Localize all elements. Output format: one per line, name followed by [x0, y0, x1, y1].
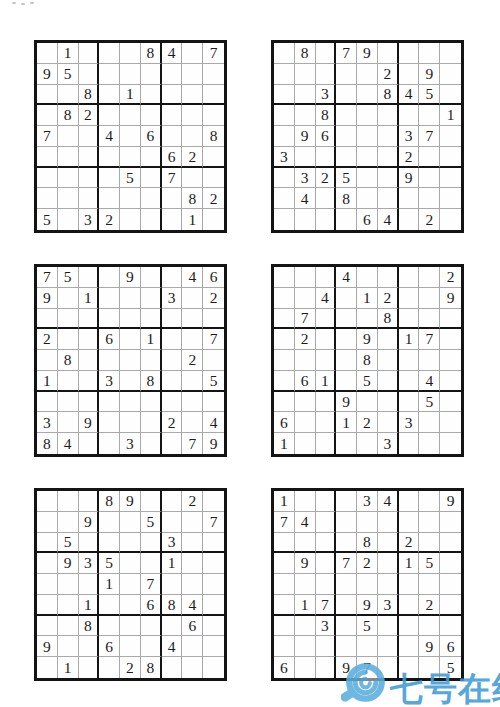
sudoku5-cell-r7c5[interactable] — [120, 616, 141, 637]
sudoku5-cell-r5c2[interactable] — [58, 574, 79, 595]
sudoku2-cell-r5c5[interactable] — [357, 126, 378, 147]
sudoku4-cell-r4c6[interactable] — [378, 329, 399, 350]
sudoku5-cell-r3c9[interactable] — [203, 533, 224, 554]
sudoku2-cell-r1c9[interactable] — [440, 43, 461, 64]
sudoku2-cell-r8c6[interactable] — [378, 188, 399, 209]
sudoku3-cell-r4c5[interactable] — [120, 329, 141, 350]
sudoku6-cell-r6c1[interactable] — [274, 595, 295, 616]
sudoku4-cell-r7c2[interactable] — [295, 392, 316, 413]
sudoku5-cell-r8c5[interactable] — [120, 636, 141, 657]
sudoku2-cell-r7c6[interactable] — [378, 168, 399, 189]
sudoku5-cell-r2c1[interactable] — [37, 512, 58, 533]
sudoku6-cell-r5c2[interactable] — [295, 574, 316, 595]
sudoku4-cell-r8c3[interactable] — [316, 412, 337, 433]
sudoku3-cell-r6c2[interactable] — [58, 371, 79, 392]
sudoku4-cell-r7c6[interactable] — [378, 392, 399, 413]
sudoku4-cell-r6c9[interactable] — [440, 371, 461, 392]
sudoku6-cell-r4c9[interactable] — [440, 553, 461, 574]
sudoku6-cell-r7c8[interactable] — [419, 616, 440, 637]
sudoku2-cell-r3c5[interactable] — [357, 85, 378, 106]
sudoku5-cell-r3c1[interactable] — [37, 533, 58, 554]
sudoku5-cell-r9c8[interactable] — [182, 657, 203, 678]
sudoku3-cell-r7c2[interactable] — [58, 392, 79, 413]
sudoku4-cell-r1c2[interactable] — [295, 267, 316, 288]
sudoku5-cell-r2c7[interactable] — [162, 512, 183, 533]
sudoku5-cell-r4c8[interactable] — [182, 553, 203, 574]
sudoku5-cell-r3c5[interactable] — [120, 533, 141, 554]
sudoku1-cell-r3c4[interactable] — [99, 85, 120, 106]
sudoku3-cell-r8c8[interactable] — [182, 412, 203, 433]
sudoku4-cell-r5c1[interactable] — [274, 350, 295, 371]
sudoku3-cell-r5c4[interactable] — [99, 350, 120, 371]
sudoku6-cell-r8c4[interactable] — [336, 636, 357, 657]
sudoku1-cell-r7c9[interactable] — [203, 168, 224, 189]
sudoku1-cell-r4c6[interactable] — [141, 105, 162, 126]
sudoku6-cell-r5c7[interactable] — [399, 574, 420, 595]
sudoku1-cell-r7c1[interactable] — [37, 168, 58, 189]
sudoku1-cell-r8c1[interactable] — [37, 188, 58, 209]
sudoku2-cell-r4c5[interactable] — [357, 105, 378, 126]
sudoku4-cell-r8c9[interactable] — [440, 412, 461, 433]
sudoku1-cell-r7c4[interactable] — [99, 168, 120, 189]
sudoku4-cell-r3c4[interactable] — [336, 309, 357, 330]
sudoku4-cell-r7c9[interactable] — [440, 392, 461, 413]
sudoku2-cell-r9c2[interactable] — [295, 209, 316, 230]
sudoku3-cell-r5c1[interactable] — [37, 350, 58, 371]
sudoku2-cell-r7c1[interactable] — [274, 168, 295, 189]
sudoku5-cell-r4c6[interactable] — [141, 553, 162, 574]
sudoku3-cell-r5c9[interactable] — [203, 350, 224, 371]
sudoku3-cell-r8c5[interactable] — [120, 412, 141, 433]
sudoku3-cell-r7c7[interactable] — [162, 392, 183, 413]
sudoku4-cell-r3c8[interactable] — [419, 309, 440, 330]
sudoku1-cell-r6c9[interactable] — [203, 147, 224, 168]
sudoku4-cell-r6c1[interactable] — [274, 371, 295, 392]
sudoku4-cell-r5c4[interactable] — [336, 350, 357, 371]
sudoku2-cell-r2c2[interactable] — [295, 64, 316, 85]
sudoku3-cell-r4c7[interactable] — [162, 329, 183, 350]
sudoku1-cell-r7c3[interactable] — [79, 168, 100, 189]
sudoku6-cell-r4c6[interactable] — [378, 553, 399, 574]
sudoku5-cell-r1c9[interactable] — [203, 491, 224, 512]
sudoku5-cell-r4c1[interactable] — [37, 553, 58, 574]
sudoku2-cell-r4c2[interactable] — [295, 105, 316, 126]
sudoku6-cell-r5c9[interactable] — [440, 574, 461, 595]
sudoku4-cell-r4c1[interactable] — [274, 329, 295, 350]
sudoku3-cell-r7c4[interactable] — [99, 392, 120, 413]
sudoku3-cell-r9c4[interactable] — [99, 433, 120, 454]
sudoku4-cell-r5c8[interactable] — [419, 350, 440, 371]
sudoku1-cell-r8c2[interactable] — [58, 188, 79, 209]
sudoku3-cell-r8c4[interactable] — [99, 412, 120, 433]
sudoku1-cell-r7c8[interactable] — [182, 168, 203, 189]
sudoku6-cell-r3c1[interactable] — [274, 533, 295, 554]
sudoku2-cell-r6c2[interactable] — [295, 147, 316, 168]
sudoku5-cell-r6c5[interactable] — [120, 595, 141, 616]
sudoku3-cell-r7c9[interactable] — [203, 392, 224, 413]
sudoku1-cell-r1c1[interactable] — [37, 43, 58, 64]
sudoku5-cell-r5c8[interactable] — [182, 574, 203, 595]
sudoku1-cell-r8c6[interactable] — [141, 188, 162, 209]
sudoku5-cell-r1c2[interactable] — [58, 491, 79, 512]
sudoku3-cell-r2c8[interactable] — [182, 288, 203, 309]
sudoku2-cell-r5c1[interactable] — [274, 126, 295, 147]
sudoku6-cell-r1c8[interactable] — [419, 491, 440, 512]
sudoku1-cell-r6c1[interactable] — [37, 147, 58, 168]
sudoku4-cell-r9c3[interactable] — [316, 433, 337, 454]
sudoku3-cell-r4c3[interactable] — [79, 329, 100, 350]
sudoku6-cell-r4c1[interactable] — [274, 553, 295, 574]
sudoku2-cell-r2c4[interactable] — [336, 64, 357, 85]
sudoku3-cell-r5c6[interactable] — [141, 350, 162, 371]
sudoku1-cell-r7c6[interactable] — [141, 168, 162, 189]
sudoku4-cell-r9c4[interactable] — [336, 433, 357, 454]
sudoku1-cell-r1c4[interactable] — [99, 43, 120, 64]
sudoku6-cell-r5c8[interactable] — [419, 574, 440, 595]
sudoku1-cell-r8c4[interactable] — [99, 188, 120, 209]
sudoku3-cell-r7c8[interactable] — [182, 392, 203, 413]
sudoku5-cell-r9c4[interactable] — [99, 657, 120, 678]
sudoku4-cell-r6c4[interactable] — [336, 371, 357, 392]
sudoku2-cell-r2c7[interactable] — [399, 64, 420, 85]
sudoku1-cell-r2c5[interactable] — [120, 64, 141, 85]
sudoku3-cell-r5c7[interactable] — [162, 350, 183, 371]
sudoku4-cell-r3c3[interactable] — [316, 309, 337, 330]
sudoku4-cell-r9c9[interactable] — [440, 433, 461, 454]
sudoku1-cell-r3c1[interactable] — [37, 85, 58, 106]
sudoku6-cell-r5c3[interactable] — [316, 574, 337, 595]
sudoku4-cell-r6c7[interactable] — [399, 371, 420, 392]
sudoku2-cell-r9c9[interactable] — [440, 209, 461, 230]
sudoku3-cell-r3c8[interactable] — [182, 309, 203, 330]
sudoku6-cell-r7c9[interactable] — [440, 616, 461, 637]
sudoku3-cell-r9c3[interactable] — [79, 433, 100, 454]
sudoku6-cell-r9c3[interactable] — [316, 657, 337, 678]
sudoku1-cell-r5c7[interactable] — [162, 126, 183, 147]
sudoku4-cell-r9c5[interactable] — [357, 433, 378, 454]
sudoku2-cell-r6c4[interactable] — [336, 147, 357, 168]
sudoku1-cell-r2c9[interactable] — [203, 64, 224, 85]
sudoku1-cell-r4c5[interactable] — [120, 105, 141, 126]
sudoku5-cell-r7c9[interactable] — [203, 616, 224, 637]
sudoku1-cell-r1c8[interactable] — [182, 43, 203, 64]
sudoku5-cell-r1c1[interactable] — [37, 491, 58, 512]
sudoku3-cell-r2c4[interactable] — [99, 288, 120, 309]
sudoku1-cell-r8c7[interactable] — [162, 188, 183, 209]
sudoku2-cell-r8c7[interactable] — [399, 188, 420, 209]
sudoku3-cell-r7c5[interactable] — [120, 392, 141, 413]
sudoku2-cell-r5c6[interactable] — [378, 126, 399, 147]
sudoku6-cell-r6c7[interactable] — [399, 595, 420, 616]
sudoku4-cell-r8c6[interactable] — [378, 412, 399, 433]
sudoku2-cell-r8c9[interactable] — [440, 188, 461, 209]
sudoku3-cell-r4c2[interactable] — [58, 329, 79, 350]
sudoku4-cell-r1c3[interactable] — [316, 267, 337, 288]
sudoku1-cell-r3c8[interactable] — [182, 85, 203, 106]
sudoku4-cell-r4c4[interactable] — [336, 329, 357, 350]
sudoku4-cell-r2c8[interactable] — [419, 288, 440, 309]
sudoku5-cell-r3c6[interactable] — [141, 533, 162, 554]
sudoku4-cell-r3c7[interactable] — [399, 309, 420, 330]
sudoku1-cell-r1c5[interactable] — [120, 43, 141, 64]
sudoku2-cell-r4c1[interactable] — [274, 105, 295, 126]
sudoku2-cell-r8c5[interactable] — [357, 188, 378, 209]
sudoku5-cell-r2c5[interactable] — [120, 512, 141, 533]
sudoku1-cell-r8c5[interactable] — [120, 188, 141, 209]
sudoku3-cell-r6c3[interactable] — [79, 371, 100, 392]
sudoku5-cell-r6c2[interactable] — [58, 595, 79, 616]
sudoku3-cell-r1c6[interactable] — [141, 267, 162, 288]
sudoku4-cell-r5c3[interactable] — [316, 350, 337, 371]
sudoku1-cell-r2c6[interactable] — [141, 64, 162, 85]
sudoku2-cell-r1c3[interactable] — [316, 43, 337, 64]
sudoku4-cell-r9c7[interactable] — [399, 433, 420, 454]
sudoku2-cell-r7c9[interactable] — [440, 168, 461, 189]
sudoku4-cell-r3c5[interactable] — [357, 309, 378, 330]
sudoku6-cell-r3c8[interactable] — [419, 533, 440, 554]
sudoku3-cell-r7c3[interactable] — [79, 392, 100, 413]
sudoku6-cell-r4c3[interactable] — [316, 553, 337, 574]
sudoku3-cell-r9c6[interactable] — [141, 433, 162, 454]
sudoku2-cell-r2c3[interactable] — [316, 64, 337, 85]
sudoku3-cell-r5c5[interactable] — [120, 350, 141, 371]
sudoku5-cell-r7c4[interactable] — [99, 616, 120, 637]
sudoku2-cell-r3c4[interactable] — [336, 85, 357, 106]
sudoku4-cell-r1c8[interactable] — [419, 267, 440, 288]
sudoku2-cell-r1c6[interactable] — [378, 43, 399, 64]
sudoku2-cell-r5c4[interactable] — [336, 126, 357, 147]
sudoku2-cell-r7c5[interactable] — [357, 168, 378, 189]
sudoku6-cell-r8c6[interactable] — [378, 636, 399, 657]
sudoku2-cell-r4c4[interactable] — [336, 105, 357, 126]
sudoku1-cell-r8c3[interactable] — [79, 188, 100, 209]
sudoku6-cell-r7c6[interactable] — [378, 616, 399, 637]
sudoku6-cell-r2c7[interactable] — [399, 512, 420, 533]
sudoku1-cell-r6c4[interactable] — [99, 147, 120, 168]
sudoku5-cell-r8c6[interactable] — [141, 636, 162, 657]
sudoku1-cell-r9c9[interactable] — [203, 209, 224, 230]
sudoku6-cell-r8c3[interactable] — [316, 636, 337, 657]
sudoku5-cell-r7c6[interactable] — [141, 616, 162, 637]
sudoku5-cell-r2c8[interactable] — [182, 512, 203, 533]
sudoku4-cell-r3c1[interactable] — [274, 309, 295, 330]
sudoku3-cell-r7c6[interactable] — [141, 392, 162, 413]
sudoku5-cell-r4c5[interactable] — [120, 553, 141, 574]
sudoku6-cell-r2c3[interactable] — [316, 512, 337, 533]
sudoku2-cell-r6c5[interactable] — [357, 147, 378, 168]
sudoku3-cell-r1c3[interactable] — [79, 267, 100, 288]
sudoku5-cell-r5c1[interactable] — [37, 574, 58, 595]
sudoku1-cell-r5c5[interactable] — [120, 126, 141, 147]
sudoku1-cell-r5c3[interactable] — [79, 126, 100, 147]
sudoku1-cell-r5c8[interactable] — [182, 126, 203, 147]
sudoku2-cell-r9c1[interactable] — [274, 209, 295, 230]
sudoku1-cell-r2c8[interactable] — [182, 64, 203, 85]
sudoku1-cell-r1c3[interactable] — [79, 43, 100, 64]
sudoku3-cell-r7c1[interactable] — [37, 392, 58, 413]
sudoku1-cell-r4c1[interactable] — [37, 105, 58, 126]
sudoku2-cell-r9c3[interactable] — [316, 209, 337, 230]
sudoku5-cell-r1c6[interactable] — [141, 491, 162, 512]
sudoku3-cell-r9c7[interactable] — [162, 433, 183, 454]
sudoku1-cell-r6c5[interactable] — [120, 147, 141, 168]
sudoku1-cell-r9c7[interactable] — [162, 209, 183, 230]
sudoku6-cell-r6c9[interactable] — [440, 595, 461, 616]
sudoku1-cell-r4c4[interactable] — [99, 105, 120, 126]
sudoku1-cell-r4c7[interactable] — [162, 105, 183, 126]
sudoku2-cell-r8c8[interactable] — [419, 188, 440, 209]
sudoku3-cell-r5c3[interactable] — [79, 350, 100, 371]
sudoku6-cell-r1c7[interactable] — [399, 491, 420, 512]
sudoku5-cell-r5c9[interactable] — [203, 574, 224, 595]
sudoku2-cell-r4c8[interactable] — [419, 105, 440, 126]
sudoku1-cell-r9c6[interactable] — [141, 209, 162, 230]
sudoku6-cell-r7c4[interactable] — [336, 616, 357, 637]
sudoku1-cell-r2c7[interactable] — [162, 64, 183, 85]
sudoku1-cell-r6c6[interactable] — [141, 147, 162, 168]
sudoku6-cell-r1c2[interactable] — [295, 491, 316, 512]
sudoku5-cell-r7c7[interactable] — [162, 616, 183, 637]
sudoku2-cell-r7c8[interactable] — [419, 168, 440, 189]
sudoku4-cell-r3c9[interactable] — [440, 309, 461, 330]
sudoku6-cell-r2c5[interactable] — [357, 512, 378, 533]
sudoku2-cell-r9c4[interactable] — [336, 209, 357, 230]
sudoku4-cell-r8c8[interactable] — [419, 412, 440, 433]
sudoku4-cell-r2c4[interactable] — [336, 288, 357, 309]
sudoku5-cell-r1c7[interactable] — [162, 491, 183, 512]
sudoku1-cell-r6c2[interactable] — [58, 147, 79, 168]
sudoku6-cell-r8c1[interactable] — [274, 636, 295, 657]
sudoku3-cell-r6c8[interactable] — [182, 371, 203, 392]
sudoku3-cell-r2c5[interactable] — [120, 288, 141, 309]
sudoku5-cell-r5c7[interactable] — [162, 574, 183, 595]
sudoku3-cell-r3c6[interactable] — [141, 309, 162, 330]
sudoku2-cell-r6c3[interactable] — [316, 147, 337, 168]
sudoku6-cell-r8c2[interactable] — [295, 636, 316, 657]
sudoku6-cell-r7c1[interactable] — [274, 616, 295, 637]
sudoku3-cell-r3c3[interactable] — [79, 309, 100, 330]
sudoku2-cell-r5c9[interactable] — [440, 126, 461, 147]
sudoku1-cell-r4c8[interactable] — [182, 105, 203, 126]
sudoku3-cell-r3c4[interactable] — [99, 309, 120, 330]
sudoku6-cell-r2c8[interactable] — [419, 512, 440, 533]
sudoku5-cell-r2c4[interactable] — [99, 512, 120, 533]
sudoku4-cell-r5c7[interactable] — [399, 350, 420, 371]
sudoku5-cell-r5c3[interactable] — [79, 574, 100, 595]
sudoku2-cell-r8c1[interactable] — [274, 188, 295, 209]
sudoku2-cell-r6c6[interactable] — [378, 147, 399, 168]
sudoku2-cell-r2c1[interactable] — [274, 64, 295, 85]
sudoku1-cell-r6c3[interactable] — [79, 147, 100, 168]
sudoku4-cell-r5c9[interactable] — [440, 350, 461, 371]
sudoku5-cell-r5c5[interactable] — [120, 574, 141, 595]
sudoku5-cell-r7c1[interactable] — [37, 616, 58, 637]
sudoku1-cell-r7c2[interactable] — [58, 168, 79, 189]
sudoku5-cell-r3c4[interactable] — [99, 533, 120, 554]
sudoku4-cell-r5c6[interactable] — [378, 350, 399, 371]
sudoku2-cell-r1c7[interactable] — [399, 43, 420, 64]
sudoku4-cell-r8c2[interactable] — [295, 412, 316, 433]
sudoku5-cell-r7c2[interactable] — [58, 616, 79, 637]
sudoku2-cell-r3c2[interactable] — [295, 85, 316, 106]
sudoku6-cell-r3c6[interactable] — [378, 533, 399, 554]
sudoku5-cell-r9c1[interactable] — [37, 657, 58, 678]
sudoku6-cell-r6c4[interactable] — [336, 595, 357, 616]
sudoku4-cell-r1c7[interactable] — [399, 267, 420, 288]
sudoku6-cell-r9c2[interactable] — [295, 657, 316, 678]
sudoku1-cell-r2c3[interactable] — [79, 64, 100, 85]
sudoku6-cell-r3c9[interactable] — [440, 533, 461, 554]
sudoku6-cell-r2c4[interactable] — [336, 512, 357, 533]
sudoku4-cell-r1c1[interactable] — [274, 267, 295, 288]
sudoku5-cell-r6c9[interactable] — [203, 595, 224, 616]
sudoku4-cell-r2c2[interactable] — [295, 288, 316, 309]
sudoku4-cell-r4c9[interactable] — [440, 329, 461, 350]
sudoku4-cell-r6c6[interactable] — [378, 371, 399, 392]
sudoku2-cell-r2c5[interactable] — [357, 64, 378, 85]
sudoku3-cell-r1c7[interactable] — [162, 267, 183, 288]
sudoku4-cell-r1c6[interactable] — [378, 267, 399, 288]
sudoku3-cell-r3c2[interactable] — [58, 309, 79, 330]
sudoku1-cell-r9c5[interactable] — [120, 209, 141, 230]
sudoku6-cell-r5c4[interactable] — [336, 574, 357, 595]
sudoku2-cell-r2c9[interactable] — [440, 64, 461, 85]
sudoku3-cell-r3c1[interactable] — [37, 309, 58, 330]
sudoku3-cell-r4c8[interactable] — [182, 329, 203, 350]
sudoku3-cell-r2c2[interactable] — [58, 288, 79, 309]
sudoku2-cell-r8c3[interactable] — [316, 188, 337, 209]
sudoku3-cell-r3c5[interactable] — [120, 309, 141, 330]
sudoku1-cell-r3c9[interactable] — [203, 85, 224, 106]
sudoku4-cell-r9c2[interactable] — [295, 433, 316, 454]
sudoku5-cell-r4c9[interactable] — [203, 553, 224, 574]
sudoku1-cell-r5c2[interactable] — [58, 126, 79, 147]
sudoku2-cell-r9c7[interactable] — [399, 209, 420, 230]
sudoku5-cell-r1c3[interactable] — [79, 491, 100, 512]
sudoku6-cell-r7c2[interactable] — [295, 616, 316, 637]
sudoku5-cell-r6c4[interactable] — [99, 595, 120, 616]
sudoku6-cell-r5c1[interactable] — [274, 574, 295, 595]
sudoku6-cell-r3c2[interactable] — [295, 533, 316, 554]
sudoku6-cell-r8c5[interactable] — [357, 636, 378, 657]
sudoku3-cell-r8c2[interactable] — [58, 412, 79, 433]
sudoku5-cell-r8c3[interactable] — [79, 636, 100, 657]
sudoku5-cell-r9c3[interactable] — [79, 657, 100, 678]
sudoku6-cell-r5c6[interactable] — [378, 574, 399, 595]
sudoku5-cell-r8c9[interactable] — [203, 636, 224, 657]
sudoku6-cell-r1c3[interactable] — [316, 491, 337, 512]
sudoku4-cell-r2c1[interactable] — [274, 288, 295, 309]
sudoku4-cell-r5c2[interactable] — [295, 350, 316, 371]
sudoku3-cell-r8c6[interactable] — [141, 412, 162, 433]
sudoku6-cell-r3c4[interactable] — [336, 533, 357, 554]
sudoku6-cell-r8c7[interactable] — [399, 636, 420, 657]
sudoku5-cell-r3c3[interactable] — [79, 533, 100, 554]
sudoku4-cell-r2c7[interactable] — [399, 288, 420, 309]
sudoku3-cell-r6c5[interactable] — [120, 371, 141, 392]
sudoku1-cell-r3c7[interactable] — [162, 85, 183, 106]
sudoku2-cell-r1c8[interactable] — [419, 43, 440, 64]
sudoku6-cell-r5c5[interactable] — [357, 574, 378, 595]
sudoku3-cell-r3c9[interactable] — [203, 309, 224, 330]
sudoku4-cell-r7c1[interactable] — [274, 392, 295, 413]
sudoku2-cell-r4c6[interactable] — [378, 105, 399, 126]
sudoku2-cell-r6c8[interactable] — [419, 147, 440, 168]
sudoku1-cell-r9c2[interactable] — [58, 209, 79, 230]
sudoku2-cell-r6c9[interactable] — [440, 147, 461, 168]
sudoku4-cell-r4c3[interactable] — [316, 329, 337, 350]
sudoku1-cell-r4c9[interactable] — [203, 105, 224, 126]
